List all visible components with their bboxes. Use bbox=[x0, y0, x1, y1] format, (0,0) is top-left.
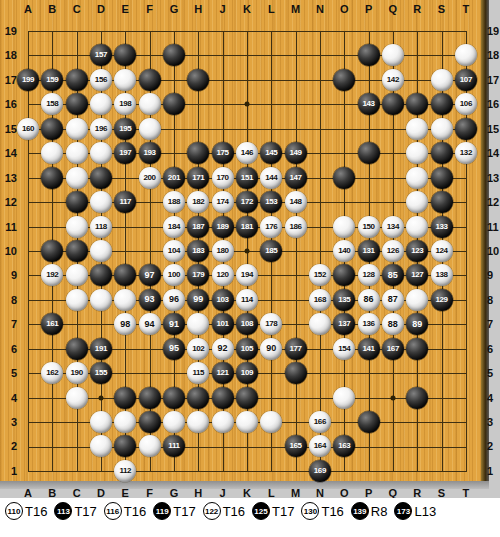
board-point-Q6[interactable]: 167 bbox=[381, 336, 405, 360]
board-point-J11[interactable]: 189 bbox=[210, 214, 234, 238]
board-point-Q9[interactable]: 85 bbox=[381, 263, 405, 287]
board-point-T13[interactable] bbox=[454, 165, 478, 189]
board-point-G19[interactable] bbox=[162, 19, 186, 43]
board-point-B9[interactable]: 192 bbox=[40, 263, 64, 287]
board-point-M11[interactable]: 186 bbox=[283, 214, 307, 238]
board-point-H18[interactable] bbox=[186, 43, 210, 67]
board-point-K13[interactable]: 151 bbox=[235, 165, 259, 189]
board-point-M9[interactable] bbox=[283, 263, 307, 287]
board-point-M2[interactable]: 165 bbox=[283, 434, 307, 458]
board-point-L7[interactable]: 178 bbox=[259, 312, 283, 336]
board-point-E14[interactable]: 197 bbox=[113, 141, 137, 165]
board-point-G1[interactable] bbox=[162, 459, 186, 483]
board-point-K14[interactable]: 146 bbox=[235, 141, 259, 165]
board-point-F8[interactable]: 93 bbox=[137, 288, 161, 312]
board-point-S14[interactable] bbox=[429, 141, 453, 165]
board-point-T18[interactable] bbox=[454, 43, 478, 67]
board-point-K6[interactable]: 105 bbox=[235, 336, 259, 360]
board-point-E10[interactable] bbox=[113, 239, 137, 263]
board-point-L13[interactable]: 144 bbox=[259, 165, 283, 189]
board-point-K9[interactable]: 194 bbox=[235, 263, 259, 287]
board-point-O7[interactable]: 137 bbox=[332, 312, 356, 336]
board-point-D19[interactable] bbox=[89, 19, 113, 43]
board-point-K7[interactable]: 108 bbox=[235, 312, 259, 336]
board-point-M5[interactable] bbox=[283, 361, 307, 385]
board-point-C14[interactable] bbox=[64, 141, 88, 165]
board-point-S7[interactable] bbox=[429, 312, 453, 336]
board-point-T16[interactable]: 106 bbox=[454, 92, 478, 116]
board-point-E9[interactable] bbox=[113, 263, 137, 287]
board-point-H17[interactable] bbox=[186, 68, 210, 92]
board-point-A8[interactable] bbox=[16, 288, 40, 312]
board-point-G12[interactable]: 188 bbox=[162, 190, 186, 214]
board-point-Q5[interactable] bbox=[381, 361, 405, 385]
board-point-S11[interactable]: 133 bbox=[429, 214, 453, 238]
board-point-B15[interactable] bbox=[40, 117, 64, 141]
board-point-F7[interactable]: 94 bbox=[137, 312, 161, 336]
board-point-G17[interactable] bbox=[162, 68, 186, 92]
board-point-A17[interactable]: 199 bbox=[16, 68, 40, 92]
board-point-N16[interactable] bbox=[308, 92, 332, 116]
board-point-G4[interactable] bbox=[162, 385, 186, 409]
board-point-E8[interactable] bbox=[113, 288, 137, 312]
board-point-E2[interactable] bbox=[113, 434, 137, 458]
board-point-A12[interactable] bbox=[16, 190, 40, 214]
board-point-B2[interactable] bbox=[40, 434, 64, 458]
board-point-H14[interactable] bbox=[186, 141, 210, 165]
board-point-E5[interactable] bbox=[113, 361, 137, 385]
board-point-C8[interactable] bbox=[64, 288, 88, 312]
board-point-N4[interactable] bbox=[308, 385, 332, 409]
board-point-T15[interactable] bbox=[454, 117, 478, 141]
board-point-L18[interactable] bbox=[259, 43, 283, 67]
board-point-D16[interactable] bbox=[89, 92, 113, 116]
board-point-H1[interactable] bbox=[186, 459, 210, 483]
board-point-N12[interactable] bbox=[308, 190, 332, 214]
board-point-F3[interactable] bbox=[137, 410, 161, 434]
board-point-P15[interactable] bbox=[356, 117, 380, 141]
board-point-M3[interactable] bbox=[283, 410, 307, 434]
board-point-L9[interactable] bbox=[259, 263, 283, 287]
board-point-G15[interactable] bbox=[162, 117, 186, 141]
board-point-L1[interactable] bbox=[259, 459, 283, 483]
board-point-E12[interactable]: 117 bbox=[113, 190, 137, 214]
board-point-C15[interactable] bbox=[64, 117, 88, 141]
board-point-M18[interactable] bbox=[283, 43, 307, 67]
board-point-F12[interactable] bbox=[137, 190, 161, 214]
board-point-E15[interactable]: 195 bbox=[113, 117, 137, 141]
board-point-K10[interactable] bbox=[235, 239, 259, 263]
board-point-T9[interactable] bbox=[454, 263, 478, 287]
board-point-C3[interactable] bbox=[64, 410, 88, 434]
board-point-K17[interactable] bbox=[235, 68, 259, 92]
board-point-A2[interactable] bbox=[16, 434, 40, 458]
board-point-S2[interactable] bbox=[429, 434, 453, 458]
board-point-F18[interactable] bbox=[137, 43, 161, 67]
board-point-F9[interactable]: 97 bbox=[137, 263, 161, 287]
board-point-N8[interactable]: 168 bbox=[308, 288, 332, 312]
board-point-T17[interactable]: 107 bbox=[454, 68, 478, 92]
board-point-T4[interactable] bbox=[454, 385, 478, 409]
board-point-S19[interactable] bbox=[429, 19, 453, 43]
board-point-R18[interactable] bbox=[405, 43, 429, 67]
board-point-L6[interactable]: 90 bbox=[259, 336, 283, 360]
board-point-L2[interactable] bbox=[259, 434, 283, 458]
board-point-Q19[interactable] bbox=[381, 19, 405, 43]
board-point-T5[interactable] bbox=[454, 361, 478, 385]
board-point-N5[interactable] bbox=[308, 361, 332, 385]
board-point-H19[interactable] bbox=[186, 19, 210, 43]
board-point-S17[interactable] bbox=[429, 68, 453, 92]
board-point-B6[interactable] bbox=[40, 336, 64, 360]
board-point-C17[interactable] bbox=[64, 68, 88, 92]
board-point-F15[interactable] bbox=[137, 117, 161, 141]
board-point-Q2[interactable] bbox=[381, 434, 405, 458]
board-point-S5[interactable] bbox=[429, 361, 453, 385]
board-point-B5[interactable]: 162 bbox=[40, 361, 64, 385]
board-point-R16[interactable] bbox=[405, 92, 429, 116]
board-point-M6[interactable]: 177 bbox=[283, 336, 307, 360]
board-point-D13[interactable] bbox=[89, 165, 113, 189]
board-point-Q14[interactable] bbox=[381, 141, 405, 165]
board-point-A11[interactable] bbox=[16, 214, 40, 238]
board-point-L16[interactable] bbox=[259, 92, 283, 116]
board-point-G13[interactable]: 201 bbox=[162, 165, 186, 189]
board-point-D12[interactable] bbox=[89, 190, 113, 214]
board-point-B11[interactable] bbox=[40, 214, 64, 238]
board-point-A9[interactable] bbox=[16, 263, 40, 287]
board-point-Q18[interactable] bbox=[381, 43, 405, 67]
board-point-G3[interactable] bbox=[162, 410, 186, 434]
board-point-R2[interactable] bbox=[405, 434, 429, 458]
board-point-J12[interactable]: 174 bbox=[210, 190, 234, 214]
board-point-O2[interactable]: 163 bbox=[332, 434, 356, 458]
board-point-Q7[interactable]: 88 bbox=[381, 312, 405, 336]
board-point-P7[interactable]: 136 bbox=[356, 312, 380, 336]
board-point-H16[interactable] bbox=[186, 92, 210, 116]
board-point-F16[interactable] bbox=[137, 92, 161, 116]
board-point-Q3[interactable] bbox=[381, 410, 405, 434]
board-point-O19[interactable] bbox=[332, 19, 356, 43]
board-point-O3[interactable] bbox=[332, 410, 356, 434]
board-point-H15[interactable] bbox=[186, 117, 210, 141]
board-point-E6[interactable] bbox=[113, 336, 137, 360]
board-point-H3[interactable] bbox=[186, 410, 210, 434]
board-point-R10[interactable]: 123 bbox=[405, 239, 429, 263]
board-point-L12[interactable]: 153 bbox=[259, 190, 283, 214]
board-point-C13[interactable] bbox=[64, 165, 88, 189]
board-point-Q11[interactable]: 134 bbox=[381, 214, 405, 238]
board-point-T6[interactable] bbox=[454, 336, 478, 360]
board-point-H13[interactable]: 171 bbox=[186, 165, 210, 189]
board-point-F2[interactable] bbox=[137, 434, 161, 458]
board-point-J13[interactable]: 170 bbox=[210, 165, 234, 189]
board-point-D7[interactable] bbox=[89, 312, 113, 336]
board-point-K8[interactable]: 114 bbox=[235, 288, 259, 312]
board-point-M10[interactable] bbox=[283, 239, 307, 263]
board-point-P2[interactable] bbox=[356, 434, 380, 458]
board-point-S6[interactable] bbox=[429, 336, 453, 360]
board-point-H10[interactable]: 183 bbox=[186, 239, 210, 263]
board-point-H2[interactable] bbox=[186, 434, 210, 458]
board-point-P8[interactable]: 86 bbox=[356, 288, 380, 312]
board-point-N19[interactable] bbox=[308, 19, 332, 43]
board-point-T3[interactable] bbox=[454, 410, 478, 434]
board-point-S10[interactable]: 124 bbox=[429, 239, 453, 263]
board-point-T19[interactable] bbox=[454, 19, 478, 43]
board-point-C1[interactable] bbox=[64, 459, 88, 483]
board-point-O16[interactable] bbox=[332, 92, 356, 116]
board-point-R1[interactable] bbox=[405, 459, 429, 483]
board-point-B10[interactable] bbox=[40, 239, 64, 263]
board-point-F19[interactable] bbox=[137, 19, 161, 43]
board-point-S4[interactable] bbox=[429, 385, 453, 409]
board-point-O9[interactable] bbox=[332, 263, 356, 287]
board-point-A7[interactable] bbox=[16, 312, 40, 336]
board-point-D9[interactable] bbox=[89, 263, 113, 287]
board-point-D15[interactable]: 196 bbox=[89, 117, 113, 141]
board-point-S9[interactable]: 138 bbox=[429, 263, 453, 287]
board-point-N1[interactable]: 169 bbox=[308, 459, 332, 483]
board-point-R3[interactable] bbox=[405, 410, 429, 434]
board-point-N3[interactable]: 166 bbox=[308, 410, 332, 434]
board-point-D11[interactable]: 118 bbox=[89, 214, 113, 238]
board-point-Q15[interactable] bbox=[381, 117, 405, 141]
board-point-J5[interactable]: 121 bbox=[210, 361, 234, 385]
board-point-H6[interactable]: 102 bbox=[186, 336, 210, 360]
board-point-J14[interactable]: 175 bbox=[210, 141, 234, 165]
board-point-A4[interactable] bbox=[16, 385, 40, 409]
board-point-J2[interactable] bbox=[210, 434, 234, 458]
board-point-G14[interactable] bbox=[162, 141, 186, 165]
board-point-K11[interactable]: 181 bbox=[235, 214, 259, 238]
board-point-L17[interactable] bbox=[259, 68, 283, 92]
board-point-L8[interactable] bbox=[259, 288, 283, 312]
board-point-B17[interactable]: 159 bbox=[40, 68, 64, 92]
board-point-C19[interactable] bbox=[64, 19, 88, 43]
board-point-S13[interactable] bbox=[429, 165, 453, 189]
board-point-A1[interactable] bbox=[16, 459, 40, 483]
board-point-K1[interactable] bbox=[235, 459, 259, 483]
board-point-F6[interactable] bbox=[137, 336, 161, 360]
board-point-R12[interactable] bbox=[405, 190, 429, 214]
board-point-G9[interactable]: 100 bbox=[162, 263, 186, 287]
board-point-B16[interactable]: 158 bbox=[40, 92, 64, 116]
board-point-Q17[interactable]: 142 bbox=[381, 68, 405, 92]
board-point-K3[interactable] bbox=[235, 410, 259, 434]
board-point-A14[interactable] bbox=[16, 141, 40, 165]
board-point-P16[interactable]: 143 bbox=[356, 92, 380, 116]
board-point-P12[interactable] bbox=[356, 190, 380, 214]
board-point-L14[interactable]: 145 bbox=[259, 141, 283, 165]
board-point-P18[interactable] bbox=[356, 43, 380, 67]
board-point-F4[interactable] bbox=[137, 385, 161, 409]
board-point-M4[interactable] bbox=[283, 385, 307, 409]
board-point-R13[interactable] bbox=[405, 165, 429, 189]
board-point-P13[interactable] bbox=[356, 165, 380, 189]
board-point-B7[interactable]: 161 bbox=[40, 312, 64, 336]
board-point-K18[interactable] bbox=[235, 43, 259, 67]
board-point-A3[interactable] bbox=[16, 410, 40, 434]
board-point-M8[interactable] bbox=[283, 288, 307, 312]
board-point-G11[interactable]: 184 bbox=[162, 214, 186, 238]
board-point-P5[interactable] bbox=[356, 361, 380, 385]
board-point-H7[interactable] bbox=[186, 312, 210, 336]
board-point-O18[interactable] bbox=[332, 43, 356, 67]
board-point-H8[interactable]: 99 bbox=[186, 288, 210, 312]
board-point-Q12[interactable] bbox=[381, 190, 405, 214]
board-point-D6[interactable]: 191 bbox=[89, 336, 113, 360]
board-point-N9[interactable]: 152 bbox=[308, 263, 332, 287]
board-point-G18[interactable] bbox=[162, 43, 186, 67]
board-point-O11[interactable] bbox=[332, 214, 356, 238]
board-point-J19[interactable] bbox=[210, 19, 234, 43]
board-point-K12[interactable]: 172 bbox=[235, 190, 259, 214]
board-point-G2[interactable]: 111 bbox=[162, 434, 186, 458]
board-point-C12[interactable] bbox=[64, 190, 88, 214]
board-point-F14[interactable]: 193 bbox=[137, 141, 161, 165]
board-point-J1[interactable] bbox=[210, 459, 234, 483]
board-point-E1[interactable]: 112 bbox=[113, 459, 137, 483]
board-point-N15[interactable] bbox=[308, 117, 332, 141]
board-point-M7[interactable] bbox=[283, 312, 307, 336]
board-point-N6[interactable] bbox=[308, 336, 332, 360]
board-point-B19[interactable] bbox=[40, 19, 64, 43]
board-point-P4[interactable] bbox=[356, 385, 380, 409]
board-point-S16[interactable] bbox=[429, 92, 453, 116]
board-point-B14[interactable] bbox=[40, 141, 64, 165]
board-point-H5[interactable]: 115 bbox=[186, 361, 210, 385]
board-point-B4[interactable] bbox=[40, 385, 64, 409]
board-point-G8[interactable]: 96 bbox=[162, 288, 186, 312]
board-point-S1[interactable] bbox=[429, 459, 453, 483]
board-point-M15[interactable] bbox=[283, 117, 307, 141]
board-point-C2[interactable] bbox=[64, 434, 88, 458]
board-point-O1[interactable] bbox=[332, 459, 356, 483]
board-point-C11[interactable] bbox=[64, 214, 88, 238]
board-point-H12[interactable]: 182 bbox=[186, 190, 210, 214]
board-point-N14[interactable] bbox=[308, 141, 332, 165]
board-point-N18[interactable] bbox=[308, 43, 332, 67]
board-point-M1[interactable] bbox=[283, 459, 307, 483]
board-point-B1[interactable] bbox=[40, 459, 64, 483]
board-point-E13[interactable] bbox=[113, 165, 137, 189]
board-point-R5[interactable] bbox=[405, 361, 429, 385]
board-point-P3[interactable] bbox=[356, 410, 380, 434]
board-point-A16[interactable] bbox=[16, 92, 40, 116]
board-point-C9[interactable] bbox=[64, 263, 88, 287]
board-point-A5[interactable] bbox=[16, 361, 40, 385]
board-point-D4[interactable] bbox=[89, 385, 113, 409]
board-point-B18[interactable] bbox=[40, 43, 64, 67]
board-point-D10[interactable] bbox=[89, 239, 113, 263]
board-point-L19[interactable] bbox=[259, 19, 283, 43]
board-point-N10[interactable] bbox=[308, 239, 332, 263]
board-point-J6[interactable]: 92 bbox=[210, 336, 234, 360]
board-point-L15[interactable] bbox=[259, 117, 283, 141]
board-point-K15[interactable] bbox=[235, 117, 259, 141]
board-point-E19[interactable] bbox=[113, 19, 137, 43]
board-point-R9[interactable]: 127 bbox=[405, 263, 429, 287]
board-point-Q8[interactable]: 87 bbox=[381, 288, 405, 312]
board-point-N2[interactable]: 164 bbox=[308, 434, 332, 458]
board-point-P6[interactable]: 141 bbox=[356, 336, 380, 360]
board-point-J17[interactable] bbox=[210, 68, 234, 92]
board-point-E4[interactable] bbox=[113, 385, 137, 409]
board-point-L3[interactable] bbox=[259, 410, 283, 434]
board-point-D1[interactable] bbox=[89, 459, 113, 483]
board-point-P10[interactable]: 131 bbox=[356, 239, 380, 263]
board-point-Q4[interactable] bbox=[381, 385, 405, 409]
board-point-F5[interactable] bbox=[137, 361, 161, 385]
board-point-A6[interactable] bbox=[16, 336, 40, 360]
board-point-E11[interactable] bbox=[113, 214, 137, 238]
board-point-B12[interactable] bbox=[40, 190, 64, 214]
board-point-O5[interactable] bbox=[332, 361, 356, 385]
board-point-F1[interactable] bbox=[137, 459, 161, 483]
board-point-R17[interactable] bbox=[405, 68, 429, 92]
board-point-C4[interactable] bbox=[64, 385, 88, 409]
board-point-R4[interactable] bbox=[405, 385, 429, 409]
board-point-O13[interactable] bbox=[332, 165, 356, 189]
board-point-S15[interactable] bbox=[429, 117, 453, 141]
board-point-G7[interactable]: 91 bbox=[162, 312, 186, 336]
board-point-E3[interactable] bbox=[113, 410, 137, 434]
board-point-A18[interactable] bbox=[16, 43, 40, 67]
board-point-M16[interactable] bbox=[283, 92, 307, 116]
board-point-M19[interactable] bbox=[283, 19, 307, 43]
board-point-A15[interactable]: 160 bbox=[16, 117, 40, 141]
board-point-H4[interactable] bbox=[186, 385, 210, 409]
board-point-O10[interactable]: 140 bbox=[332, 239, 356, 263]
board-point-L11[interactable]: 176 bbox=[259, 214, 283, 238]
board-point-K5[interactable]: 109 bbox=[235, 361, 259, 385]
board-point-E16[interactable]: 198 bbox=[113, 92, 137, 116]
board-point-R15[interactable] bbox=[405, 117, 429, 141]
board-point-N7[interactable] bbox=[308, 312, 332, 336]
board-point-Q10[interactable]: 126 bbox=[381, 239, 405, 263]
board-point-O15[interactable] bbox=[332, 117, 356, 141]
board-point-P11[interactable]: 150 bbox=[356, 214, 380, 238]
board-point-P9[interactable]: 128 bbox=[356, 263, 380, 287]
board-point-Q16[interactable] bbox=[381, 92, 405, 116]
board-point-J16[interactable] bbox=[210, 92, 234, 116]
board-point-H9[interactable]: 179 bbox=[186, 263, 210, 287]
board-point-D14[interactable] bbox=[89, 141, 113, 165]
board-point-O4[interactable] bbox=[332, 385, 356, 409]
board-point-Q13[interactable] bbox=[381, 165, 405, 189]
board-point-P1[interactable] bbox=[356, 459, 380, 483]
board-point-L5[interactable] bbox=[259, 361, 283, 385]
board-point-B3[interactable] bbox=[40, 410, 64, 434]
board-point-K2[interactable] bbox=[235, 434, 259, 458]
board-point-F11[interactable] bbox=[137, 214, 161, 238]
board-point-C7[interactable] bbox=[64, 312, 88, 336]
board-point-D18[interactable]: 157 bbox=[89, 43, 113, 67]
board-point-N17[interactable] bbox=[308, 68, 332, 92]
board-point-S18[interactable] bbox=[429, 43, 453, 67]
board-point-O17[interactable] bbox=[332, 68, 356, 92]
board-point-M12[interactable]: 148 bbox=[283, 190, 307, 214]
board-point-S8[interactable]: 129 bbox=[429, 288, 453, 312]
board-point-F13[interactable]: 200 bbox=[137, 165, 161, 189]
board-point-J3[interactable] bbox=[210, 410, 234, 434]
board-point-C6[interactable] bbox=[64, 336, 88, 360]
board-point-A13[interactable] bbox=[16, 165, 40, 189]
board-point-O8[interactable]: 135 bbox=[332, 288, 356, 312]
board-point-G16[interactable] bbox=[162, 92, 186, 116]
board-point-C18[interactable] bbox=[64, 43, 88, 67]
